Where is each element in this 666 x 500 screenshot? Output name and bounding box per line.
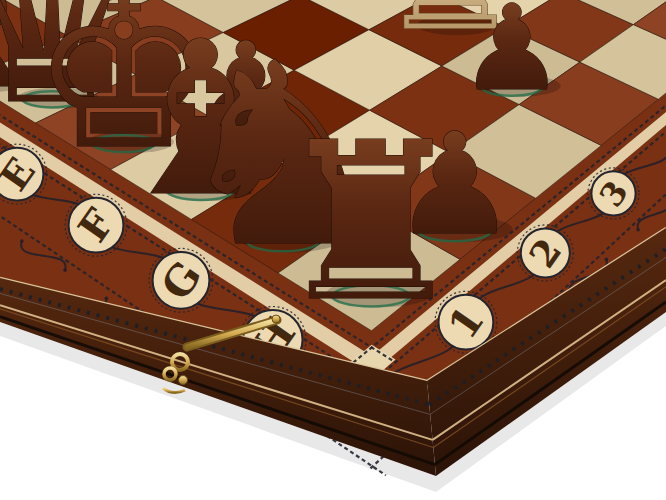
piece-glyph: ♜ [273,96,468,349]
filigree-dot [105,297,109,301]
filigree-dot [20,239,24,243]
filigree-dot [636,228,640,232]
filigree-dot [63,269,67,273]
board-svg: EFGH123♜♝♟♛♟♚♝♟♞♜ [0,0,666,500]
chess-set-photo: EFGH123♜♝♟♛♟♚♝♟♞♜ [0,0,666,500]
clasp-scroll [179,376,188,385]
filigree-dot [605,258,609,262]
piece-glyph: ♟ [459,0,565,117]
piece-dark-pawn-g4[interactable]: ♟ [459,0,565,117]
piece-dark-rook-h1[interactable]: ♜ [273,96,468,349]
